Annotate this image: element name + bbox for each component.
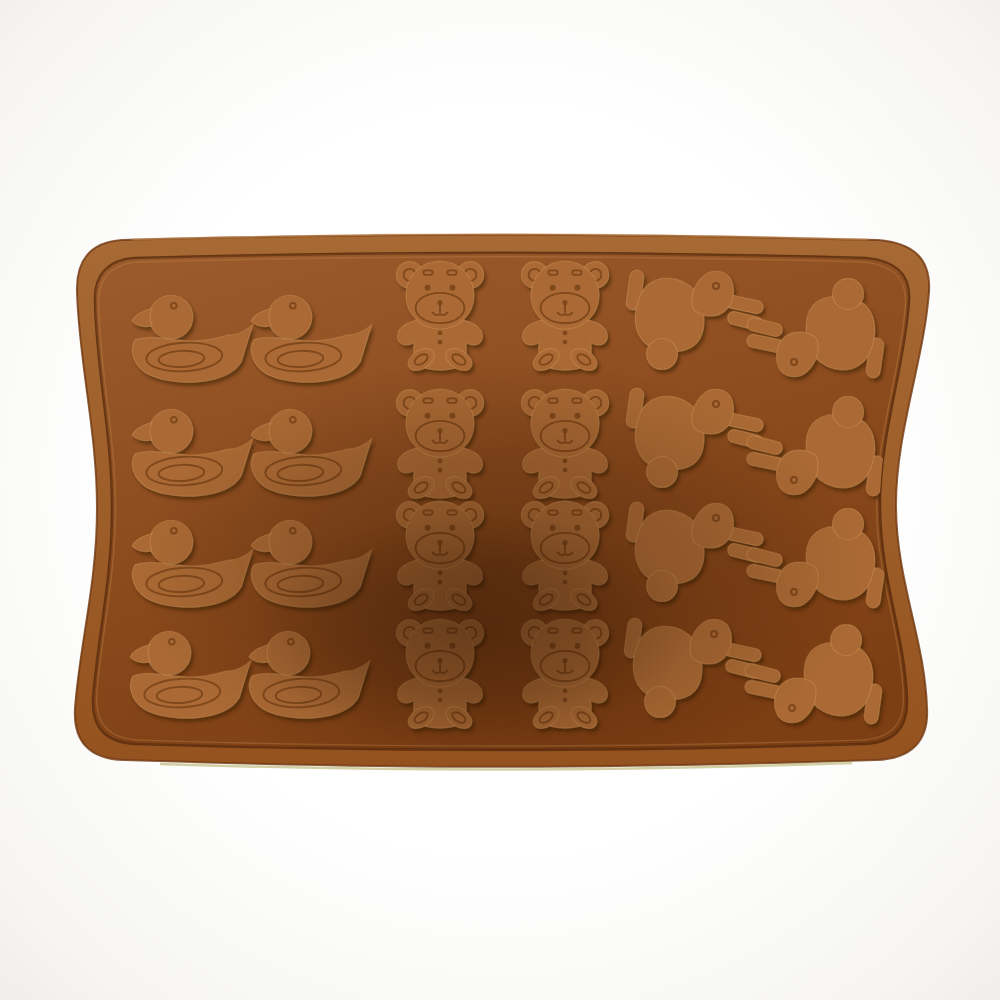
chocolate-mold	[0, 0, 1000, 1000]
tray-vignette	[140, 360, 860, 790]
product-photo	[0, 0, 1000, 1000]
